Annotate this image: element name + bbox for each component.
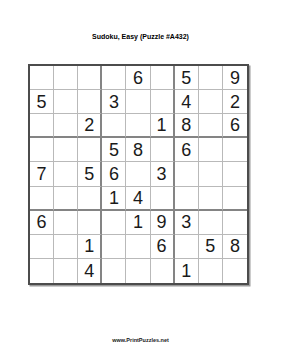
cell-r1c5: 6: [126, 66, 150, 90]
cell-r1c3: [78, 66, 102, 90]
cell-r2c6: [151, 90, 175, 114]
cell-r4c5: 8: [126, 138, 150, 162]
cell-r9c1: [30, 259, 54, 283]
cell-r9c5: [126, 259, 150, 283]
cell-r1c8: [199, 66, 223, 90]
cell-r5c7: [175, 162, 199, 186]
cell-r4c7: 6: [175, 138, 199, 162]
footer-url: www.PrintPuzzles.net: [0, 337, 281, 344]
cell-r4c6: [151, 138, 175, 162]
cell-r5c1: 7: [30, 162, 54, 186]
cell-r3c7: 8: [175, 114, 199, 138]
cell-r2c9: 2: [223, 90, 247, 114]
cell-r8c7: [175, 235, 199, 259]
cell-r2c1: 5: [30, 90, 54, 114]
cell-r6c7: [175, 187, 199, 211]
cell-r6c8: [199, 187, 223, 211]
cell-r6c6: [151, 187, 175, 211]
cell-r5c6: 3: [151, 162, 175, 186]
sudoku-page: Sudoku, Easy (Puzzle #A432) 659534221865…: [0, 0, 281, 363]
cell-r8c2: [54, 235, 78, 259]
cell-r1c1: [30, 66, 54, 90]
cell-r6c4: 1: [102, 187, 126, 211]
cell-r4c3: [78, 138, 102, 162]
cell-r9c4: [102, 259, 126, 283]
cell-r3c1: [30, 114, 54, 138]
cell-r8c5: [126, 235, 150, 259]
puzzle-title: Sudoku, Easy (Puzzle #A432): [0, 32, 281, 41]
cell-r8c8: 5: [199, 235, 223, 259]
cell-r2c8: [199, 90, 223, 114]
cell-r4c9: [223, 138, 247, 162]
cell-r3c8: [199, 114, 223, 138]
cell-r4c4: 5: [102, 138, 126, 162]
cell-r1c4: [102, 66, 126, 90]
cell-r9c8: [199, 259, 223, 283]
cell-r1c7: 5: [175, 66, 199, 90]
cell-r7c4: [102, 211, 126, 235]
cell-r7c6: 9: [151, 211, 175, 235]
sudoku-board: 659534221865867563146193165841: [28, 64, 249, 285]
cell-r7c7: 3: [175, 211, 199, 235]
cell-r4c2: [54, 138, 78, 162]
cell-r6c3: [78, 187, 102, 211]
cell-r6c2: [54, 187, 78, 211]
cell-r7c9: [223, 211, 247, 235]
cell-r7c2: [54, 211, 78, 235]
cell-r9c7: 1: [175, 259, 199, 283]
cell-r8c6: 6: [151, 235, 175, 259]
cell-r5c8: [199, 162, 223, 186]
cell-r2c5: [126, 90, 150, 114]
cell-r3c3: 2: [78, 114, 102, 138]
cell-r5c2: [54, 162, 78, 186]
cell-r9c6: [151, 259, 175, 283]
cell-r5c4: 6: [102, 162, 126, 186]
cell-r8c9: 8: [223, 235, 247, 259]
cell-r7c8: [199, 211, 223, 235]
cell-r1c9: 9: [223, 66, 247, 90]
cell-r4c1: [30, 138, 54, 162]
cell-r8c3: 1: [78, 235, 102, 259]
cell-r2c2: [54, 90, 78, 114]
cell-r5c3: 5: [78, 162, 102, 186]
cell-r6c1: [30, 187, 54, 211]
cell-r7c3: [78, 211, 102, 235]
cell-r2c3: [78, 90, 102, 114]
cell-r7c5: 1: [126, 211, 150, 235]
cell-r9c2: [54, 259, 78, 283]
cell-r3c4: [102, 114, 126, 138]
cell-r3c2: [54, 114, 78, 138]
cell-r3c5: [126, 114, 150, 138]
cell-r5c9: [223, 162, 247, 186]
cell-r3c6: 1: [151, 114, 175, 138]
cell-r9c9: [223, 259, 247, 283]
cell-r7c1: 6: [30, 211, 54, 235]
cell-r2c4: 3: [102, 90, 126, 114]
cell-r8c1: [30, 235, 54, 259]
cell-r8c4: [102, 235, 126, 259]
cell-r6c5: 4: [126, 187, 150, 211]
cell-r1c6: [151, 66, 175, 90]
cell-r5c5: [126, 162, 150, 186]
cell-r9c3: 4: [78, 259, 102, 283]
cell-r6c9: [223, 187, 247, 211]
cell-r3c9: 6: [223, 114, 247, 138]
cell-r1c2: [54, 66, 78, 90]
cell-r2c7: 4: [175, 90, 199, 114]
cell-r4c8: [199, 138, 223, 162]
